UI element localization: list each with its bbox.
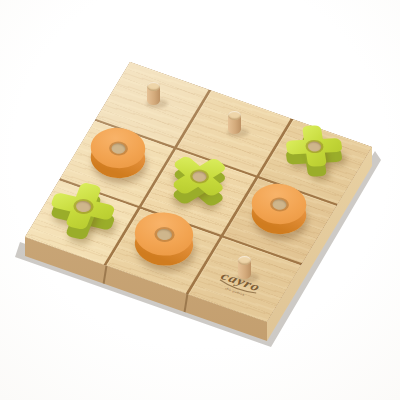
- peg-top: [147, 82, 160, 91]
- product-photo-scene: cayro the games: [0, 0, 400, 400]
- peg-top: [238, 256, 251, 265]
- side-groove-line: [183, 293, 188, 313]
- side-groove-line: [102, 265, 107, 285]
- peg-top: [228, 111, 241, 120]
